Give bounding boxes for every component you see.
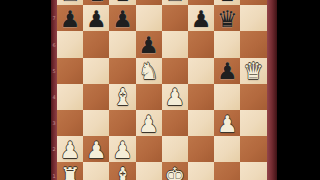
black-queen: ♛ [217,8,238,31]
white-pawn: ♟ [86,139,107,162]
square-f1 [188,162,214,180]
square-c5 [109,58,135,84]
square-a8: ♜ [57,0,83,5]
square-c4: ♝ [109,84,135,110]
black-pawn: ♟ [217,60,238,83]
rank-label-6: 6 [51,42,57,48]
square-b6 [83,31,109,57]
board-border-right [267,0,277,180]
letterbox-left [0,0,51,180]
square-e3 [162,110,188,136]
black-rook: ♜ [60,0,81,5]
white-pawn: ♟ [138,113,159,136]
square-a7: ♟ [57,5,83,31]
square-d3: ♟ [136,110,162,136]
square-a4 [57,84,83,110]
black-rook: ♜ [165,0,186,5]
square-a3 [57,110,83,136]
rank-label-3: 3 [51,120,57,126]
square-h4 [240,84,266,110]
white-pawn: ♟ [60,139,81,162]
square-h3 [240,110,266,136]
chess-board: ♜♞♝♜♚♟♟♟♟♛♟♞♟♛♝♟♟♟♟♟♟♜♝♚ [57,0,267,180]
black-pawn: ♟ [60,8,81,31]
video-frame: ♜♞♝♜♚♟♟♟♟♛♟♞♟♛♝♟♟♟♟♟♟♜♝♚ 7654321 [0,0,320,180]
black-pawn: ♟ [86,8,107,31]
square-d5: ♞ [136,58,162,84]
square-h6 [240,31,266,57]
square-f4 [188,84,214,110]
square-d7 [136,5,162,31]
square-c8: ♝ [109,0,135,5]
square-f2 [188,136,214,162]
square-g1 [214,162,240,180]
white-pawn: ♟ [165,86,186,109]
square-d1 [136,162,162,180]
square-f6 [188,31,214,57]
square-f7: ♟ [188,5,214,31]
square-h5: ♛ [240,58,266,84]
square-e4: ♟ [162,84,188,110]
square-g3: ♟ [214,110,240,136]
square-b4 [83,84,109,110]
square-f3 [188,110,214,136]
square-d2 [136,136,162,162]
rank-label-5: 5 [51,68,57,74]
square-d4 [136,84,162,110]
black-knight: ♞ [86,0,107,5]
white-pawn: ♟ [112,139,133,162]
square-a5 [57,58,83,84]
letterbox-right [277,0,320,180]
square-g2 [214,136,240,162]
square-a6 [57,31,83,57]
square-g7: ♛ [214,5,240,31]
white-rook: ♜ [60,165,81,180]
square-h7 [240,5,266,31]
square-e1: ♚ [162,162,188,180]
white-bishop: ♝ [112,165,133,180]
square-a1: ♜ [57,162,83,180]
square-b5 [83,58,109,84]
square-e8: ♜ [162,0,188,5]
black-pawn: ♟ [112,8,133,31]
rank-label-7: 7 [51,15,57,21]
square-h2 [240,136,266,162]
white-knight: ♞ [138,60,159,83]
rank-label-4: 4 [51,94,57,100]
square-c2: ♟ [109,136,135,162]
square-c1: ♝ [109,162,135,180]
square-a2: ♟ [57,136,83,162]
square-h1 [240,162,266,180]
white-queen: ♛ [243,60,264,83]
black-pawn: ♟ [191,8,212,31]
square-e7 [162,5,188,31]
square-e6 [162,31,188,57]
square-g6 [214,31,240,57]
white-king: ♚ [165,165,186,180]
square-f5 [188,58,214,84]
square-b2: ♟ [83,136,109,162]
black-bishop: ♝ [112,0,133,5]
square-b3 [83,110,109,136]
square-c7: ♟ [109,5,135,31]
square-e5 [162,58,188,84]
black-pawn: ♟ [138,34,159,57]
square-d6: ♟ [136,31,162,57]
square-c3 [109,110,135,136]
square-g4 [214,84,240,110]
square-b1 [83,162,109,180]
black-king: ♚ [217,0,238,5]
rank-label-2: 2 [51,146,57,152]
white-pawn: ♟ [217,113,238,136]
square-c6 [109,31,135,57]
square-e2 [162,136,188,162]
rank-label-1: 1 [51,173,57,179]
white-bishop: ♝ [112,86,133,109]
square-b7: ♟ [83,5,109,31]
square-b8: ♞ [83,0,109,5]
square-g8: ♚ [214,0,240,5]
square-g5: ♟ [214,58,240,84]
board-border-left: 7654321 [51,0,57,180]
